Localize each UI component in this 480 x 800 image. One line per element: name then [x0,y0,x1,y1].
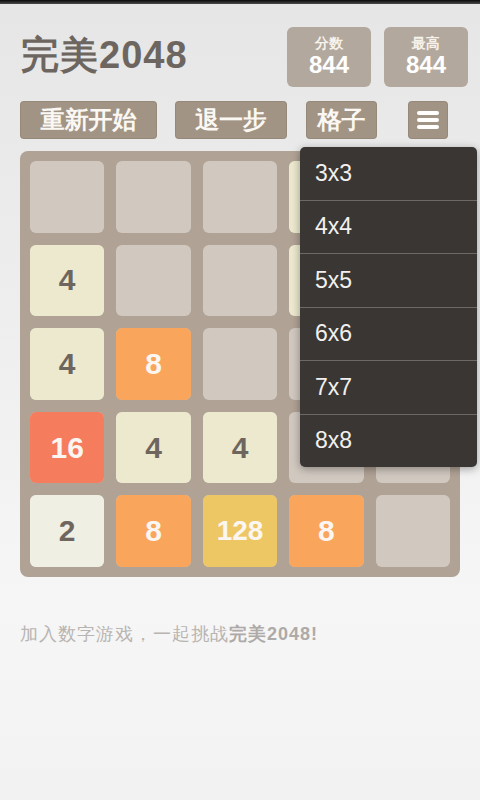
tile-8: 8 [116,328,190,400]
tile-4: 4 [30,245,104,317]
tile-16: 16 [30,412,104,484]
board-cell [203,245,277,317]
score-label: 分数 [315,36,343,51]
score-value: 844 [309,52,349,78]
score-box: 分数 844 [287,27,371,87]
menu-item-5x5[interactable]: 5x5 [300,254,477,308]
tagline: 加入数字游戏，一起挑战完美2048! [20,622,318,646]
menu-item-6x6[interactable]: 6x6 [300,308,477,362]
tagline-text: 加入数字游戏，一起挑战 [20,624,229,644]
app-screen: 完美2048 分数 844 最高 844 重新开始 退一步 格子 4481644… [0,0,480,800]
tile-8: 8 [289,495,363,567]
tile-2: 2 [30,495,104,567]
toolbar: 重新开始 退一步 格子 [20,101,448,139]
menu-button[interactable] [408,101,448,139]
board-cell [376,495,450,567]
hamburger-icon [417,111,439,115]
board-cell: 8 [289,495,363,567]
board-cell: 128 [203,495,277,567]
board-cell [203,161,277,233]
menu-item-4x4[interactable]: 4x4 [300,201,477,255]
tile-8: 8 [116,495,190,567]
board-cell [116,245,190,317]
board-cell: 8 [116,495,190,567]
best-value: 844 [406,52,446,78]
menu-item-8x8[interactable]: 8x8 [300,415,477,468]
restart-button[interactable]: 重新开始 [20,101,157,139]
menu-item-7x7[interactable]: 7x7 [300,361,477,415]
tile-4: 4 [203,412,277,484]
board-cell: 4 [203,412,277,484]
menu-item-3x3[interactable]: 3x3 [300,147,477,201]
best-box: 最高 844 [384,27,468,87]
undo-button[interactable]: 退一步 [175,101,287,139]
tagline-bold: 完美2048! [229,624,318,644]
board-cell: 8 [116,328,190,400]
tile-4: 4 [30,328,104,400]
board-cell: 16 [30,412,104,484]
board-cell [116,161,190,233]
board-cell: 4 [116,412,190,484]
board-cell [203,328,277,400]
page-title: 完美2048 [21,30,188,81]
tile-4: 4 [116,412,190,484]
board-cell: 4 [30,328,104,400]
score-panel: 分数 844 最高 844 [287,27,468,87]
grid-size-menu: 3x34x45x56x67x78x8 [300,147,477,467]
board-cell: 4 [30,245,104,317]
best-label: 最高 [412,36,440,51]
board-cell: 2 [30,495,104,567]
status-bar [0,0,480,4]
grid-size-button[interactable]: 格子 [306,101,377,139]
board-cell [30,161,104,233]
tile-128: 128 [203,495,277,567]
